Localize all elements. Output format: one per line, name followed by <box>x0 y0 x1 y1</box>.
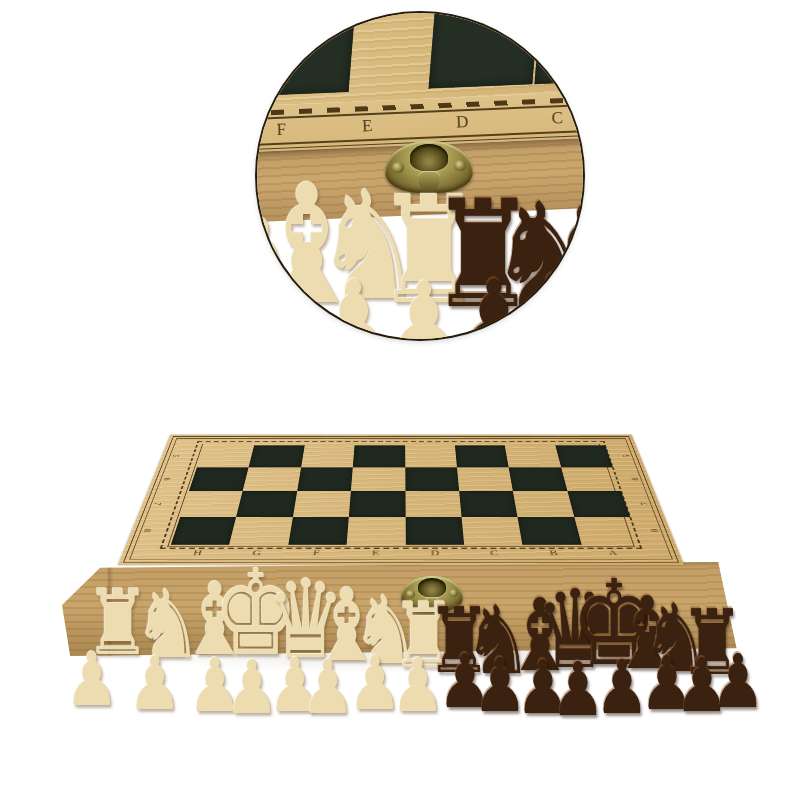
board-cell-F6 <box>297 467 353 491</box>
board-cell-A8 <box>574 517 640 545</box>
board-cell-C8 <box>461 517 522 545</box>
inset-file-label-E: E <box>362 116 373 136</box>
board-cell-F5 <box>301 445 355 467</box>
board-cell-C7 <box>459 491 518 517</box>
board-cell-B7 <box>513 491 574 517</box>
rank-label-right-6: 6 <box>629 478 641 481</box>
board-cell-A7 <box>567 491 630 517</box>
file-label-D: D <box>430 549 439 558</box>
dark-pawn: ♟ <box>711 644 765 718</box>
board-cell-C5 <box>455 445 509 467</box>
rank-label-left-8: 8 <box>142 529 155 532</box>
checkerboard <box>171 445 640 544</box>
zoom-inset-circle: FEDC ♟♝♞♜♜♞♝♟♟♟♟ <box>257 13 583 339</box>
board-cell-G5 <box>249 445 305 467</box>
board-cell-G7 <box>236 491 296 517</box>
board-cell-E7 <box>349 491 405 517</box>
light-pawn: ♟ <box>65 642 119 716</box>
inset-board-surface <box>257 13 583 106</box>
rank-label-right-7: 7 <box>638 502 650 505</box>
rank-label-left-5: 5 <box>171 455 182 457</box>
board-cell-A5 <box>555 445 613 467</box>
board-cell-H6 <box>189 467 249 491</box>
board-cell-H8 <box>171 517 237 545</box>
rank-label-left-6: 6 <box>162 478 174 481</box>
inset-file-label-D: D <box>456 112 469 132</box>
board-cell-G8 <box>229 517 292 545</box>
product-photo: { "game": "chess", "scene": "wooden fold… <box>0 0 800 800</box>
board-cell-C6 <box>457 467 513 491</box>
board-cell-G6 <box>243 467 301 491</box>
board-cell-D5 <box>405 445 457 467</box>
board-cell-F8 <box>288 517 349 545</box>
inset-file-label-F: F <box>276 120 286 140</box>
board-cell-E8 <box>347 517 406 545</box>
rank-label-left-7: 7 <box>152 502 164 505</box>
inset-dark-square <box>265 13 356 95</box>
board-cell-D8 <box>405 517 464 545</box>
board-cell-H7 <box>180 491 243 517</box>
file-label-C: C <box>490 549 499 558</box>
board-cell-A6 <box>561 467 621 491</box>
board-cell-H5 <box>197 445 255 467</box>
board-cell-F7 <box>293 491 351 517</box>
board-top-face: 5678 5678 HGFEDCBA <box>118 435 684 565</box>
board-cell-D7 <box>405 491 461 517</box>
file-label-H: H <box>192 549 203 558</box>
board-cell-B5 <box>505 445 561 467</box>
file-label-B: B <box>549 549 559 558</box>
inset-dark-square <box>428 13 539 89</box>
board-cell-E6 <box>351 467 405 491</box>
rank-label-right-8: 8 <box>648 529 661 532</box>
file-label-E: E <box>372 549 380 558</box>
inset-dark-pawn: ♟ <box>512 260 583 339</box>
inset-dark-square <box>534 13 583 84</box>
board-cell-B6 <box>509 467 567 491</box>
light-pawn: ♟ <box>128 646 182 720</box>
board-cell-D6 <box>405 467 459 491</box>
board-cell-B8 <box>518 517 582 545</box>
inset-file-label-C: C <box>551 108 563 128</box>
board-cell-E5 <box>353 445 405 467</box>
rank-label-right-5: 5 <box>620 455 631 457</box>
